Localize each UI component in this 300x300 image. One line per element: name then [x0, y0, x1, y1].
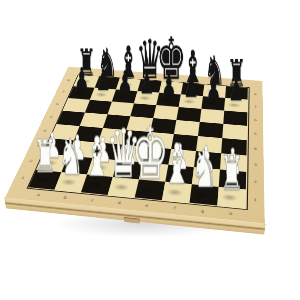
piece-black-pawn-h7[interactable]: ♟ — [214, 75, 258, 105]
rank-label-6: 6 — [251, 113, 260, 127]
file-label-a: a — [24, 190, 53, 200]
product-photo-scene: abcdefgh abcdefgh 87654321 87654321 ♜♞♝♛… — [0, 0, 300, 300]
board-right-edge — [261, 81, 265, 236]
piece-white-rook-h1[interactable]: ♜ — [205, 150, 258, 197]
square-h1[interactable]: ♜ — [217, 186, 245, 207]
file-label-g: g — [188, 206, 217, 216]
file-label-c: c — [78, 195, 107, 205]
file-label-b: b — [51, 193, 80, 203]
file-label-d: d — [105, 198, 134, 208]
rank-label-5: 5 — [251, 126, 260, 141]
chess-board: abcdefgh abcdefgh 87654321 87654321 ♜♞♝♛… — [5, 67, 265, 224]
file-label-e: e — [132, 201, 161, 211]
square-g6[interactable] — [199, 108, 224, 123]
square-f6[interactable] — [176, 107, 201, 122]
board-wooden-frame: abcdefgh abcdefgh 87654321 87654321 ♜♞♝♛… — [5, 67, 265, 224]
file-label-f: f — [160, 203, 189, 213]
square-h6[interactable] — [223, 110, 247, 125]
file-label-h: h — [217, 209, 246, 219]
